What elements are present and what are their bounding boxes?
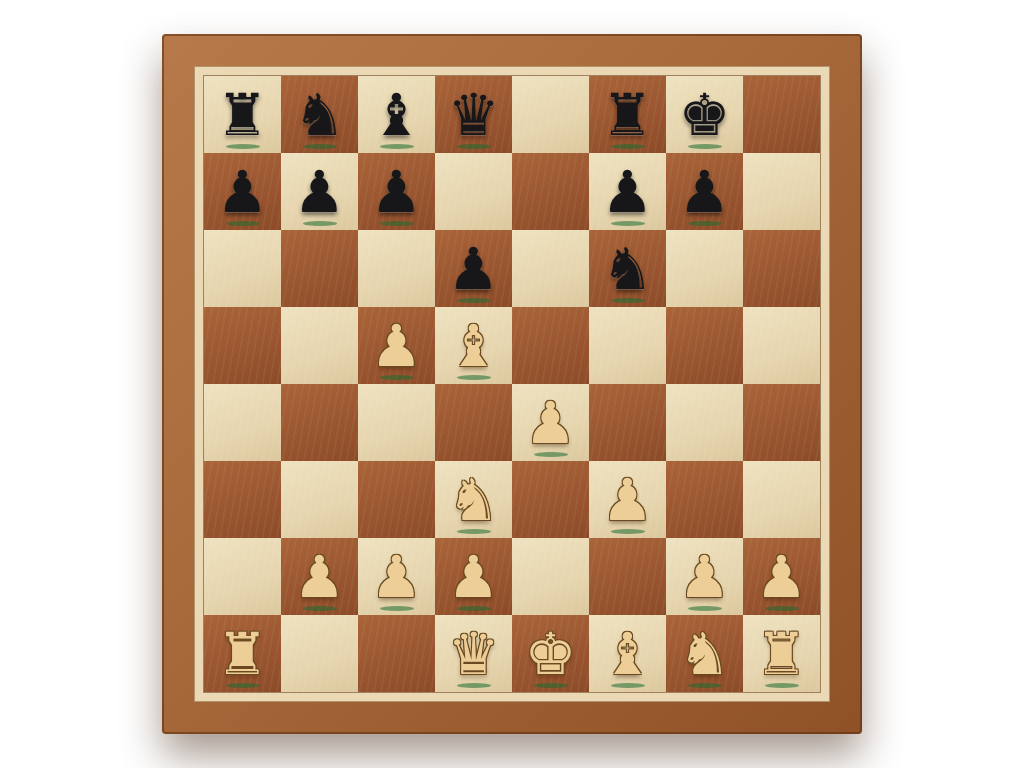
square-h1[interactable]: ♜ [743, 615, 820, 692]
square-h6[interactable] [743, 230, 820, 307]
square-e2[interactable] [512, 538, 589, 615]
square-b8[interactable]: ♞ [281, 76, 358, 153]
square-a5[interactable] [204, 307, 281, 384]
white-rook-a1[interactable]: ♜ [217, 625, 269, 683]
square-c2[interactable]: ♟ [358, 538, 435, 615]
square-h7[interactable] [743, 153, 820, 230]
square-c1[interactable] [358, 615, 435, 692]
wood-grain [512, 230, 589, 307]
square-e7[interactable] [512, 153, 589, 230]
wood-grain [281, 384, 358, 461]
square-d1[interactable]: ♛ [435, 615, 512, 692]
white-pawn-h2[interactable]: ♟ [756, 548, 808, 606]
square-g4[interactable] [666, 384, 743, 461]
wood-grain [666, 307, 743, 384]
wood-grain [512, 153, 589, 230]
square-f7[interactable]: ♟ [589, 153, 666, 230]
square-a1[interactable]: ♜ [204, 615, 281, 692]
square-b6[interactable] [281, 230, 358, 307]
square-c4[interactable] [358, 384, 435, 461]
square-g6[interactable] [666, 230, 743, 307]
white-knight-d3[interactable]: ♞ [448, 471, 500, 529]
black-knight-f6[interactable]: ♞ [602, 240, 654, 298]
white-pawn-d2[interactable]: ♟ [448, 548, 500, 606]
black-pawn-b7[interactable]: ♟ [294, 163, 346, 221]
wood-grain [204, 461, 281, 538]
square-a4[interactable] [204, 384, 281, 461]
square-d4[interactable] [435, 384, 512, 461]
square-a8[interactable]: ♜ [204, 76, 281, 153]
square-b2[interactable]: ♟ [281, 538, 358, 615]
black-king-g8[interactable]: ♚ [679, 86, 731, 144]
square-g2[interactable]: ♟ [666, 538, 743, 615]
wood-grain [589, 384, 666, 461]
square-g7[interactable]: ♟ [666, 153, 743, 230]
wood-grain [512, 307, 589, 384]
wood-grain [358, 230, 435, 307]
square-g1[interactable]: ♞ [666, 615, 743, 692]
wood-grain [204, 307, 281, 384]
wood-grain [512, 461, 589, 538]
black-pawn-d6[interactable]: ♟ [448, 240, 500, 298]
square-f5[interactable] [589, 307, 666, 384]
white-bishop-f1[interactable]: ♝ [602, 625, 654, 683]
square-e6[interactable] [512, 230, 589, 307]
square-g8[interactable]: ♚ [666, 76, 743, 153]
square-f8[interactable]: ♜ [589, 76, 666, 153]
square-d8[interactable]: ♛ [435, 76, 512, 153]
wood-grain [589, 538, 666, 615]
square-h3[interactable] [743, 461, 820, 538]
square-h2[interactable]: ♟ [743, 538, 820, 615]
square-e5[interactable] [512, 307, 589, 384]
wood-grain [743, 76, 820, 153]
square-f4[interactable] [589, 384, 666, 461]
black-pawn-a7[interactable]: ♟ [217, 163, 269, 221]
photo-scene: ♜♞♝♛♜♚♟♟♟♟♟♟♞♟♝♟♞♟♟♟♟♟♟♜♛♚♝♞♜ [0, 0, 1024, 768]
wood-grain [281, 615, 358, 692]
black-bishop-c8[interactable]: ♝ [371, 86, 423, 144]
wood-grain [204, 384, 281, 461]
square-b3[interactable] [281, 461, 358, 538]
square-c8[interactable]: ♝ [358, 76, 435, 153]
white-bishop-d5[interactable]: ♝ [448, 317, 500, 375]
square-d3[interactable]: ♞ [435, 461, 512, 538]
white-pawn-f3[interactable]: ♟ [602, 471, 654, 529]
black-queen-d8[interactable]: ♛ [448, 86, 500, 144]
wood-grain [204, 230, 281, 307]
square-a6[interactable] [204, 230, 281, 307]
maple-border-strip: ♜♞♝♛♜♚♟♟♟♟♟♟♞♟♝♟♞♟♟♟♟♟♟♜♛♚♝♞♜ [194, 66, 830, 702]
black-rook-f8[interactable]: ♜ [602, 86, 654, 144]
square-e1[interactable]: ♚ [512, 615, 589, 692]
white-pawn-c2[interactable]: ♟ [371, 548, 423, 606]
wood-grain [435, 153, 512, 230]
wood-grain [743, 153, 820, 230]
wood-grain [743, 461, 820, 538]
square-f1[interactable]: ♝ [589, 615, 666, 692]
wood-grain [281, 461, 358, 538]
wood-grain [281, 307, 358, 384]
square-c5[interactable]: ♟ [358, 307, 435, 384]
white-pawn-b2[interactable]: ♟ [294, 548, 346, 606]
square-f2[interactable] [589, 538, 666, 615]
chessboard: ♜♞♝♛♜♚♟♟♟♟♟♟♞♟♝♟♞♟♟♟♟♟♟♜♛♚♝♞♜ [204, 76, 820, 692]
wood-grain [281, 230, 358, 307]
square-a2[interactable] [204, 538, 281, 615]
chessboard-frame: ♜♞♝♛♜♚♟♟♟♟♟♟♞♟♝♟♞♟♟♟♟♟♟♜♛♚♝♞♜ [162, 34, 862, 734]
square-b4[interactable] [281, 384, 358, 461]
wood-grain [512, 538, 589, 615]
white-king-e1[interactable]: ♚ [525, 625, 577, 683]
wood-grain [666, 384, 743, 461]
black-knight-b8[interactable]: ♞ [294, 86, 346, 144]
square-h5[interactable] [743, 307, 820, 384]
wood-grain [666, 461, 743, 538]
wood-grain [358, 615, 435, 692]
wood-grain [589, 307, 666, 384]
square-e4[interactable]: ♟ [512, 384, 589, 461]
square-d6[interactable]: ♟ [435, 230, 512, 307]
square-h4[interactable] [743, 384, 820, 461]
square-g3[interactable] [666, 461, 743, 538]
square-h8[interactable] [743, 76, 820, 153]
wood-grain [358, 461, 435, 538]
square-g5[interactable] [666, 307, 743, 384]
black-pawn-c7[interactable]: ♟ [371, 163, 423, 221]
square-f3[interactable]: ♟ [589, 461, 666, 538]
wood-grain [743, 384, 820, 461]
wood-grain [512, 76, 589, 153]
square-e3[interactable] [512, 461, 589, 538]
white-pawn-c5[interactable]: ♟ [371, 317, 423, 375]
wood-grain [666, 230, 743, 307]
black-rook-a8[interactable]: ♜ [217, 86, 269, 144]
white-knight-g1[interactable]: ♞ [679, 625, 731, 683]
square-c3[interactable] [358, 461, 435, 538]
black-pawn-g7[interactable]: ♟ [679, 163, 731, 221]
square-b7[interactable]: ♟ [281, 153, 358, 230]
wood-grain [743, 230, 820, 307]
white-rook-h1[interactable]: ♜ [756, 625, 808, 683]
black-pawn-f7[interactable]: ♟ [602, 163, 654, 221]
wood-grain [204, 538, 281, 615]
square-e8[interactable] [512, 76, 589, 153]
wood-grain [358, 384, 435, 461]
square-b5[interactable] [281, 307, 358, 384]
square-c7[interactable]: ♟ [358, 153, 435, 230]
square-f6[interactable]: ♞ [589, 230, 666, 307]
square-a3[interactable] [204, 461, 281, 538]
white-pawn-e4[interactable]: ♟ [525, 394, 577, 452]
square-d7[interactable] [435, 153, 512, 230]
white-pawn-g2[interactable]: ♟ [679, 548, 731, 606]
square-d2[interactable]: ♟ [435, 538, 512, 615]
wood-grain [435, 384, 512, 461]
square-b1[interactable] [281, 615, 358, 692]
wood-grain [743, 307, 820, 384]
square-d5[interactable]: ♝ [435, 307, 512, 384]
white-queen-d1[interactable]: ♛ [448, 625, 500, 683]
square-c6[interactable] [358, 230, 435, 307]
square-a7[interactable]: ♟ [204, 153, 281, 230]
